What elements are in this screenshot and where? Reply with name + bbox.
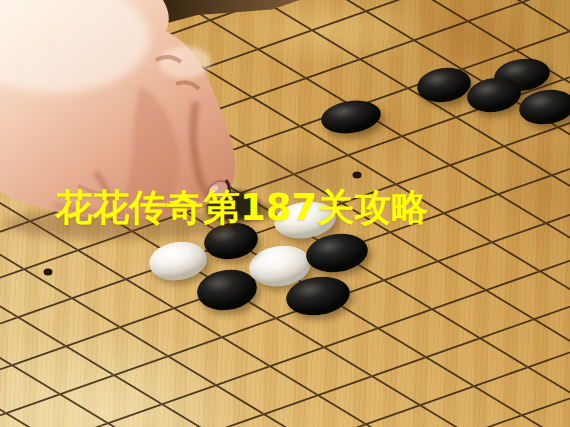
player-hand [0,0,330,285]
photo-root: 花花传奇第187关攻略 [0,0,570,427]
star-point [353,172,362,179]
knuckle-highlight [159,46,211,78]
page-title: 花花传奇第187关攻略 [55,189,428,226]
